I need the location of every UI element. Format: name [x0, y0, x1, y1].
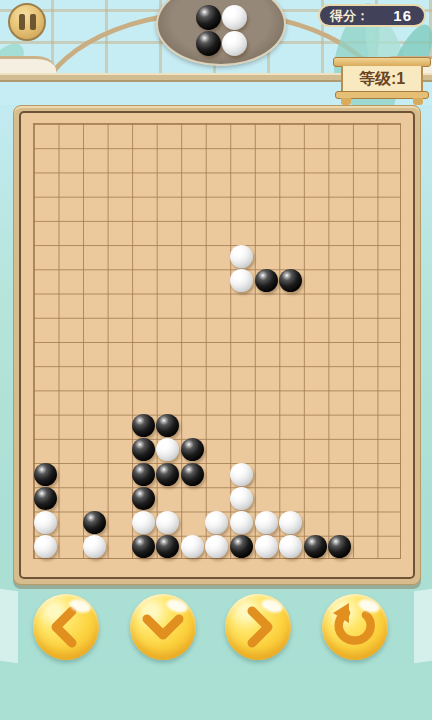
black-stone [132, 463, 155, 486]
black-stone [34, 487, 57, 510]
black-stone [83, 511, 106, 534]
black-stone [132, 438, 155, 461]
score-box: 得分： 16 [318, 4, 426, 27]
rotate-button[interactable] [322, 594, 388, 660]
white-stone [34, 535, 57, 558]
black-stone [132, 414, 155, 437]
black-stone [156, 463, 179, 486]
sign-foot [413, 98, 423, 105]
white-stone [205, 535, 228, 558]
black-stone [132, 487, 155, 510]
next-white-stone [222, 5, 247, 30]
white-stone [279, 511, 302, 534]
board [33, 123, 401, 559]
white-stone [181, 535, 204, 558]
pause-button[interactable] [8, 3, 46, 41]
move-down-button[interactable] [130, 594, 196, 660]
level-label: 等级:1 [359, 69, 405, 90]
white-stone [255, 535, 278, 558]
next-black-stone [196, 5, 221, 30]
black-stone [255, 269, 278, 292]
black-stone [181, 463, 204, 486]
pause-icon [19, 14, 25, 30]
score-label: 得分： [330, 7, 369, 25]
black-stone [156, 535, 179, 558]
white-stone [255, 511, 278, 534]
white-stone [156, 511, 179, 534]
white-stone [205, 511, 228, 534]
black-stone [230, 535, 253, 558]
black-stone [304, 535, 327, 558]
move-left-button[interactable] [33, 594, 99, 660]
white-stone [230, 245, 253, 268]
black-stone [279, 269, 302, 292]
next-piece-preview [195, 4, 247, 56]
pillar-right [414, 589, 432, 664]
game-screen: 得分： 16 等级:1 [0, 0, 432, 720]
black-stone [328, 535, 351, 558]
white-stone [230, 269, 253, 292]
white-stone [156, 438, 179, 461]
black-stone [132, 535, 155, 558]
black-stone [156, 414, 179, 437]
white-stone [132, 511, 155, 534]
black-stone [34, 463, 57, 486]
white-stone [230, 511, 253, 534]
move-right-button[interactable] [225, 594, 291, 660]
white-stone [230, 463, 253, 486]
next-white-stone [222, 31, 247, 56]
white-stone [230, 487, 253, 510]
sign-foot [341, 98, 351, 105]
score-value: 16 [393, 7, 412, 24]
pause-icon [30, 14, 36, 30]
white-stone [34, 511, 57, 534]
black-stone [181, 438, 204, 461]
level-sign: 等级:1 [333, 57, 431, 105]
pillar-left [0, 589, 18, 664]
white-stone [83, 535, 106, 558]
white-stone [279, 535, 302, 558]
next-black-stone [196, 31, 221, 56]
